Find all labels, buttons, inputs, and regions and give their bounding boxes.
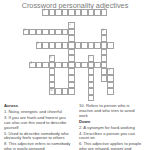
clue: 10. Refers to person who is inactive and… — [79, 104, 142, 118]
grid-cell[interactable] — [107, 82, 114, 89]
grid-cell[interactable]: 7 — [88, 55, 95, 62]
grid-cell[interactable] — [68, 29, 75, 36]
grid-cell[interactable] — [68, 68, 75, 75]
clue-number: 4 — [102, 29, 103, 32]
grid-cell[interactable]: 6 — [49, 55, 56, 62]
clue-number: 7 — [89, 56, 90, 59]
down-clues-column: 10. Refers to person who is inactive and… — [71, 104, 142, 150]
grid-cell[interactable] — [101, 9, 108, 16]
crossword-page: Crossword personality adjectives 1234567… — [0, 0, 150, 150]
clue-number: 10 — [50, 89, 53, 92]
grid-cell[interactable] — [49, 68, 56, 75]
grid-cell[interactable] — [68, 55, 75, 62]
clue: 4. Describes a person you can count on — [79, 132, 142, 142]
grid-cell[interactable]: 9 — [107, 68, 114, 75]
grid-cell[interactable] — [101, 35, 108, 42]
grid-cell[interactable] — [107, 42, 114, 49]
grid-cell[interactable] — [68, 35, 75, 42]
grid-cell[interactable]: 4 — [101, 29, 108, 36]
clue-number: 1 — [43, 9, 44, 12]
grid-cell[interactable] — [68, 88, 75, 95]
clue-number: 2 — [69, 23, 70, 26]
clue-number: 9 — [108, 69, 109, 72]
grid-cell[interactable] — [88, 95, 95, 102]
grid-cell[interactable]: 2 — [68, 22, 75, 29]
grid-cell[interactable] — [101, 62, 108, 69]
grid-cell[interactable] — [101, 55, 108, 62]
clue: 8. This adjective refers to somebody who… — [4, 142, 71, 150]
clue-number: 5 — [37, 42, 38, 45]
grid-cell[interactable] — [49, 82, 56, 89]
grid-cell[interactable] — [68, 49, 75, 56]
grid-cell[interactable] — [68, 75, 75, 82]
grid-cell[interactable] — [49, 75, 56, 82]
clue-number: 3 — [24, 29, 25, 32]
across-clues-column: Across1. Noisy, energetic and cheerful3.… — [0, 104, 71, 150]
clue-list: Across1. Noisy, energetic and cheerful3.… — [0, 104, 150, 150]
clue: 2. A synonym for hard-working — [79, 126, 142, 131]
clue-number: 6 — [50, 56, 51, 59]
grid-cell[interactable] — [88, 88, 95, 95]
crossword-grid: 12345678910 — [16, 9, 120, 101]
down-header: Down — [79, 120, 142, 125]
clue: 3. If you are frank and honest you can a… — [4, 116, 71, 130]
grid-cell[interactable] — [68, 82, 75, 89]
clue-number: 8 — [30, 62, 31, 65]
grid-cell[interactable] — [101, 49, 108, 56]
clue: 5. Used to describe somebody who obvious… — [4, 132, 71, 142]
clue: 6. This adjective applies to people who … — [79, 142, 142, 150]
grid-cell[interactable] — [88, 82, 95, 89]
grid-cell[interactable] — [88, 75, 95, 82]
grid-cell[interactable] — [107, 75, 114, 82]
grid-cell[interactable] — [88, 68, 95, 75]
grid-cell[interactable] — [107, 88, 114, 95]
